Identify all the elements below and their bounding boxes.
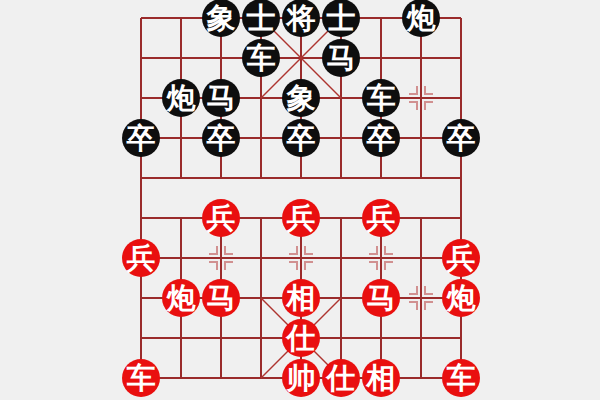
black-general-piece[interactable]: 将 xyxy=(282,0,320,37)
red-soldier-piece[interactable]: 兵 xyxy=(362,199,400,237)
black-soldier-piece[interactable]: 卒 xyxy=(442,119,480,157)
black-cannon-piece[interactable]: 炮 xyxy=(402,0,440,37)
red-horse-piece[interactable]: 马 xyxy=(362,279,400,317)
red-advisor-piece[interactable]: 仕 xyxy=(322,359,360,397)
black-soldier-piece[interactable]: 卒 xyxy=(282,119,320,157)
black-horse-piece[interactable]: 马 xyxy=(202,79,240,117)
black-soldier-piece[interactable]: 卒 xyxy=(122,119,160,157)
red-chariot-piece[interactable]: 车 xyxy=(122,359,160,397)
piece-grid: 象士将士炮车马炮马象车卒卒卒卒卒兵兵兵兵兵炮马相马炮仕车帅仕相车 xyxy=(121,0,481,398)
red-chariot-piece[interactable]: 车 xyxy=(442,359,480,397)
black-chariot-piece[interactable]: 车 xyxy=(242,39,280,77)
red-soldier-piece[interactable]: 兵 xyxy=(122,239,160,277)
red-advisor-piece[interactable]: 仕 xyxy=(282,319,320,357)
black-elephant-piece[interactable]: 象 xyxy=(202,0,240,37)
red-elephant-piece[interactable]: 相 xyxy=(282,279,320,317)
black-advisor-piece[interactable]: 士 xyxy=(242,0,280,37)
red-elephant-piece[interactable]: 相 xyxy=(362,359,400,397)
black-horse-piece[interactable]: 马 xyxy=(322,39,360,77)
xiangqi-board: 象士将士炮车马炮马象车卒卒卒卒卒兵兵兵兵兵炮马相马炮仕车帅仕相车 xyxy=(0,0,600,400)
black-advisor-piece[interactable]: 士 xyxy=(322,0,360,37)
black-elephant-piece[interactable]: 象 xyxy=(282,79,320,117)
red-soldier-piece[interactable]: 兵 xyxy=(282,199,320,237)
red-cannon-piece[interactable]: 炮 xyxy=(442,279,480,317)
red-soldier-piece[interactable]: 兵 xyxy=(202,199,240,237)
black-soldier-piece[interactable]: 卒 xyxy=(202,119,240,157)
black-chariot-piece[interactable]: 车 xyxy=(362,79,400,117)
black-soldier-piece[interactable]: 卒 xyxy=(362,119,400,157)
red-horse-piece[interactable]: 马 xyxy=(202,279,240,317)
black-cannon-piece[interactable]: 炮 xyxy=(162,79,200,117)
red-soldier-piece[interactable]: 兵 xyxy=(442,239,480,277)
red-cannon-piece[interactable]: 炮 xyxy=(162,279,200,317)
red-general-piece[interactable]: 帅 xyxy=(282,359,320,397)
